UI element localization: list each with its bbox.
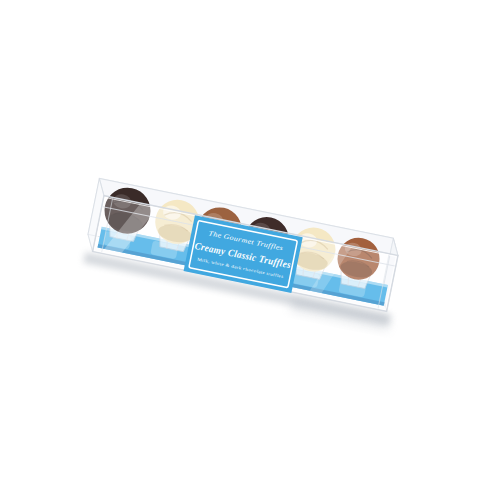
tilted-box-group: The Gourmet Truffles Creamy Classic Truf… <box>81 178 406 331</box>
truffle-box-illustration: The Gourmet Truffles Creamy Classic Truf… <box>0 0 480 480</box>
product-photo-stage: The Gourmet Truffles Creamy Classic Truf… <box>0 0 480 480</box>
